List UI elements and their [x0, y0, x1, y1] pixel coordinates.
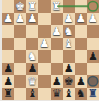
- square-h6[interactable]: ♟: [2, 63, 14, 76]
- square-a6[interactable]: [87, 63, 99, 76]
- square-d6[interactable]: [51, 63, 63, 76]
- square-d8[interactable]: ♛: [51, 88, 63, 101]
- black-bishop[interactable]: ♝: [27, 88, 37, 99]
- square-e6[interactable]: [38, 63, 50, 76]
- black-knight[interactable]: ♞: [76, 88, 86, 99]
- square-h4[interactable]: [2, 38, 14, 51]
- square-a3[interactable]: [87, 25, 99, 38]
- square-a2[interactable]: ♟: [87, 13, 99, 26]
- white-knight[interactable]: ♞: [27, 50, 37, 61]
- black-pawn[interactable]: ♟: [3, 75, 13, 86]
- square-a8[interactable]: ♜: [87, 88, 99, 101]
- square-b5[interactable]: [75, 50, 87, 63]
- white-bishop[interactable]: ♝: [64, 38, 74, 49]
- square-h2[interactable]: ♟: [2, 13, 14, 26]
- white-pawn[interactable]: ♟: [27, 13, 37, 24]
- white-knight[interactable]: ♞: [64, 25, 74, 36]
- square-g8[interactable]: [14, 88, 26, 101]
- square-c1[interactable]: [63, 0, 75, 13]
- black-rook[interactable]: ♜: [88, 88, 98, 99]
- square-c7[interactable]: ♚: [63, 75, 75, 88]
- square-f2[interactable]: ♟: [26, 13, 38, 26]
- square-e5[interactable]: [38, 50, 50, 63]
- square-c6[interactable]: ♟: [63, 63, 75, 76]
- square-a4[interactable]: [87, 38, 99, 51]
- white-pawn[interactable]: ♟: [76, 13, 86, 24]
- square-b4[interactable]: [75, 38, 87, 51]
- square-h7[interactable]: ♟: [2, 75, 14, 88]
- square-b6[interactable]: [75, 63, 87, 76]
- white-pawn[interactable]: ♟: [88, 13, 98, 24]
- square-b3[interactable]: [75, 25, 87, 38]
- square-e7[interactable]: [38, 75, 50, 88]
- square-d2[interactable]: [51, 13, 63, 26]
- black-bishop[interactable]: ♝: [64, 88, 74, 99]
- black-rook[interactable]: ♜: [3, 88, 13, 99]
- square-b2[interactable]: ♟: [75, 13, 87, 26]
- white-pawn[interactable]: ♟: [64, 13, 74, 24]
- square-g4[interactable]: [14, 38, 26, 51]
- black-pawn[interactable]: ♟: [27, 63, 37, 74]
- square-c4[interactable]: ♝: [63, 38, 75, 51]
- white-pawn[interactable]: ♟: [40, 38, 50, 49]
- white-pawn[interactable]: ♟: [52, 25, 62, 36]
- square-a5[interactable]: ♟: [87, 50, 99, 63]
- square-d3[interactable]: ♟: [51, 25, 63, 38]
- square-f3[interactable]: [26, 25, 38, 38]
- square-d4[interactable]: [51, 38, 63, 51]
- square-d7[interactable]: ♟: [51, 75, 63, 88]
- square-c5[interactable]: [63, 50, 75, 63]
- square-e3[interactable]: [38, 25, 50, 38]
- square-c3[interactable]: ♞: [63, 25, 75, 38]
- square-h3[interactable]: [2, 25, 14, 38]
- square-c2[interactable]: ♟: [63, 13, 75, 26]
- chess-board[interactable]: ♚♜♜♟♟♟♟♟♟♟♞♟♝♞♟♟♟♟♟♛♟♚♟♜♝♛♝♞♜: [2, 0, 99, 100]
- black-queen[interactable]: ♛: [52, 88, 62, 99]
- square-a1[interactable]: [87, 0, 99, 13]
- square-a7[interactable]: [87, 75, 99, 88]
- white-pawn[interactable]: ♟: [15, 13, 25, 24]
- square-g2[interactable]: ♟: [14, 13, 26, 26]
- square-h5[interactable]: [2, 50, 14, 63]
- black-pawn[interactable]: ♟: [52, 75, 62, 86]
- black-pawn[interactable]: ♟: [76, 75, 86, 86]
- black-pawn[interactable]: ♟: [3, 63, 13, 74]
- square-e4[interactable]: ♟: [38, 38, 50, 51]
- square-h1[interactable]: [2, 0, 14, 13]
- black-pawn[interactable]: ♟: [88, 50, 98, 61]
- square-d1[interactable]: ♜: [51, 0, 63, 13]
- square-g6[interactable]: [14, 63, 26, 76]
- square-b1[interactable]: [75, 0, 87, 13]
- square-e2[interactable]: [38, 13, 50, 26]
- white-rook[interactable]: ♜: [52, 0, 62, 11]
- square-b8[interactable]: ♞: [75, 88, 87, 101]
- square-f4[interactable]: [26, 38, 38, 51]
- square-e1[interactable]: [38, 0, 50, 13]
- square-g5[interactable]: [14, 50, 26, 63]
- square-b7[interactable]: ♟: [75, 75, 87, 88]
- square-g3[interactable]: [14, 25, 26, 38]
- black-king[interactable]: ♚: [64, 75, 74, 86]
- square-f8[interactable]: ♝: [26, 88, 38, 101]
- square-f7[interactable]: ♛: [26, 75, 38, 88]
- square-f1[interactable]: ♜: [26, 0, 38, 13]
- white-pawn[interactable]: ♟: [3, 13, 13, 24]
- black-pawn[interactable]: ♟: [64, 63, 74, 74]
- square-e8[interactable]: [38, 88, 50, 101]
- white-king[interactable]: ♚: [15, 0, 25, 11]
- square-c8[interactable]: ♝: [63, 88, 75, 101]
- square-g1[interactable]: ♚: [14, 0, 26, 13]
- square-f6[interactable]: ♟: [26, 63, 38, 76]
- square-d5[interactable]: [51, 50, 63, 63]
- square-f5[interactable]: ♞: [26, 50, 38, 63]
- white-queen[interactable]: ♛: [27, 75, 37, 86]
- square-h8[interactable]: ♜: [2, 88, 14, 101]
- square-g7[interactable]: [14, 75, 26, 88]
- white-rook[interactable]: ♜: [27, 0, 37, 11]
